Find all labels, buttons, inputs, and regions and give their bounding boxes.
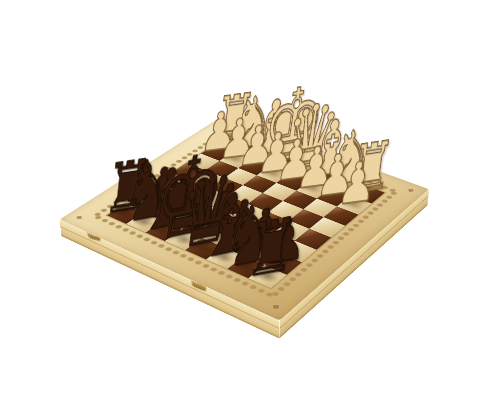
corner-carving (408, 189, 414, 192)
chess-board: ♜♞♝♛♚♝♞♜♟♟♟♟♟♟♟♟♟♟♟♟♟♟♟♟♜♞♝♛♚♝♞♜ (60, 115, 429, 321)
corner-carving (273, 305, 280, 309)
corner-carving (77, 216, 82, 219)
product-photo-canvas: ♜♞♝♛♚♝♞♜♟♟♟♟♟♟♟♟♟♟♟♟♟♟♟♟♜♞♝♛♚♝♞♜ (0, 0, 500, 400)
scene: ♜♞♝♛♚♝♞♜♟♟♟♟♟♟♟♟♟♟♟♟♟♟♟♟♜♞♝♛♚♝♞♜ (0, 0, 500, 400)
